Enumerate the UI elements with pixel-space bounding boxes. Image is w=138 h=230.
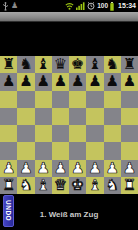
square-b7[interactable]: ♟ bbox=[17, 73, 34, 90]
piece-white-queen: ♛ bbox=[54, 177, 67, 194]
piece-black-knight: ♞ bbox=[105, 56, 118, 73]
square-h7[interactable]: ♟ bbox=[121, 73, 138, 90]
square-f7[interactable]: ♟ bbox=[86, 73, 103, 90]
piece-white-bishop: ♝ bbox=[36, 177, 49, 194]
piece-white-rook: ♜ bbox=[123, 177, 136, 194]
piece-white-pawn: ♟ bbox=[2, 160, 15, 177]
piece-white-king: ♚ bbox=[71, 177, 84, 194]
square-d2[interactable]: ♟ bbox=[52, 160, 69, 177]
piece-black-pawn: ♟ bbox=[105, 73, 118, 90]
chess-board: ♜♞♝♛♚♝♞♜♟♟♟♟♟♟♟♟♟♟♟♟♟♟♟♟♜♞♝♛♚♝♞♜ bbox=[0, 56, 138, 194]
square-d5[interactable] bbox=[52, 108, 69, 125]
clock-time: 15:34 bbox=[118, 0, 136, 12]
battery-icon bbox=[110, 2, 114, 11]
piece-black-pawn: ♟ bbox=[88, 73, 101, 90]
piece-black-bishop: ♝ bbox=[36, 56, 49, 73]
square-f6[interactable] bbox=[86, 91, 103, 108]
square-a4[interactable] bbox=[0, 125, 17, 142]
square-c2[interactable]: ♟ bbox=[35, 160, 52, 177]
piece-black-pawn: ♟ bbox=[123, 73, 136, 90]
square-g6[interactable] bbox=[104, 91, 121, 108]
piece-white-pawn: ♟ bbox=[36, 160, 49, 177]
piece-white-pawn: ♟ bbox=[88, 160, 101, 177]
move-status-text: 1. Weiß am Zug bbox=[0, 210, 138, 219]
piece-black-rook: ♜ bbox=[123, 56, 136, 73]
square-g8[interactable]: ♞ bbox=[104, 56, 121, 73]
square-f5[interactable] bbox=[86, 108, 103, 125]
square-b2[interactable]: ♟ bbox=[17, 160, 34, 177]
square-e3[interactable] bbox=[69, 142, 86, 159]
status-bar-left: ♟ bbox=[2, 2, 18, 11]
piece-black-knight: ♞ bbox=[19, 56, 32, 73]
square-e5[interactable] bbox=[69, 108, 86, 125]
square-g4[interactable] bbox=[104, 125, 121, 142]
square-b4[interactable] bbox=[17, 125, 34, 142]
square-b6[interactable] bbox=[17, 91, 34, 108]
square-g7[interactable]: ♟ bbox=[104, 73, 121, 90]
square-d1[interactable]: ♛ bbox=[52, 177, 69, 194]
status-bar: ♟ bbox=[0, 0, 138, 12]
piece-black-pawn: ♟ bbox=[19, 73, 32, 90]
piece-black-queen: ♛ bbox=[54, 56, 67, 73]
square-h4[interactable] bbox=[121, 125, 138, 142]
square-c1[interactable]: ♝ bbox=[35, 177, 52, 194]
square-a8[interactable]: ♜ bbox=[0, 56, 17, 73]
square-d7[interactable]: ♟ bbox=[52, 73, 69, 90]
square-f3[interactable] bbox=[86, 142, 103, 159]
piece-white-rook: ♜ bbox=[2, 177, 15, 194]
square-d3[interactable] bbox=[52, 142, 69, 159]
square-h8[interactable]: ♜ bbox=[121, 56, 138, 73]
wifi-icon bbox=[65, 2, 74, 10]
piece-white-bishop: ♝ bbox=[88, 177, 101, 194]
square-e6[interactable] bbox=[69, 91, 86, 108]
square-d4[interactable] bbox=[52, 125, 69, 142]
chess-notification-pawn-icon: ♟ bbox=[11, 2, 18, 10]
square-e8[interactable]: ♚ bbox=[69, 56, 86, 73]
square-c8[interactable]: ♝ bbox=[35, 56, 52, 73]
square-g2[interactable]: ♟ bbox=[104, 160, 121, 177]
bottom-panel: UNDO 1. Weiß am Zug bbox=[0, 194, 138, 230]
square-d6[interactable] bbox=[52, 91, 69, 108]
square-f2[interactable]: ♟ bbox=[86, 160, 103, 177]
square-h1[interactable]: ♜ bbox=[121, 177, 138, 194]
square-c7[interactable]: ♟ bbox=[35, 73, 52, 90]
piece-white-pawn: ♟ bbox=[105, 160, 118, 177]
piece-white-pawn: ♟ bbox=[19, 160, 32, 177]
square-a5[interactable] bbox=[0, 108, 17, 125]
square-h3[interactable] bbox=[121, 142, 138, 159]
square-f4[interactable] bbox=[86, 125, 103, 142]
piece-white-pawn: ♟ bbox=[54, 160, 67, 177]
piece-white-knight: ♞ bbox=[105, 177, 118, 194]
square-e1[interactable]: ♚ bbox=[69, 177, 86, 194]
battery-percent: 100 bbox=[97, 0, 108, 12]
square-e2[interactable]: ♟ bbox=[69, 160, 86, 177]
square-g5[interactable] bbox=[104, 108, 121, 125]
square-b8[interactable]: ♞ bbox=[17, 56, 34, 73]
square-a2[interactable]: ♟ bbox=[0, 160, 17, 177]
square-g3[interactable] bbox=[104, 142, 121, 159]
piece-black-pawn: ♟ bbox=[54, 73, 67, 90]
signal-strength-icon bbox=[76, 2, 85, 10]
piece-white-knight: ♞ bbox=[19, 177, 32, 194]
square-e7[interactable]: ♟ bbox=[69, 73, 86, 90]
square-a3[interactable] bbox=[0, 142, 17, 159]
square-b3[interactable] bbox=[17, 142, 34, 159]
square-f8[interactable]: ♝ bbox=[86, 56, 103, 73]
square-b1[interactable]: ♞ bbox=[17, 177, 34, 194]
piece-white-pawn: ♟ bbox=[71, 160, 84, 177]
square-a7[interactable]: ♟ bbox=[0, 73, 17, 90]
square-d8[interactable]: ♛ bbox=[52, 56, 69, 73]
square-h2[interactable]: ♟ bbox=[121, 160, 138, 177]
square-h6[interactable] bbox=[121, 91, 138, 108]
square-c5[interactable] bbox=[35, 108, 52, 125]
square-c4[interactable] bbox=[35, 125, 52, 142]
piece-black-king: ♚ bbox=[71, 56, 84, 73]
alarm-clock-icon bbox=[87, 2, 95, 10]
square-c3[interactable] bbox=[35, 142, 52, 159]
piece-black-pawn: ♟ bbox=[2, 73, 15, 90]
square-a1[interactable]: ♜ bbox=[0, 177, 17, 194]
usb-icon bbox=[2, 2, 9, 11]
square-a6[interactable] bbox=[0, 91, 17, 108]
square-b5[interactable] bbox=[17, 108, 34, 125]
piece-black-pawn: ♟ bbox=[71, 73, 84, 90]
title-bar bbox=[0, 12, 138, 22]
square-g1[interactable]: ♞ bbox=[104, 177, 121, 194]
square-c6[interactable] bbox=[35, 91, 52, 108]
piece-black-rook: ♜ bbox=[2, 56, 15, 73]
phone-screen: ♟ bbox=[0, 0, 138, 230]
piece-white-pawn: ♟ bbox=[123, 160, 136, 177]
square-e4[interactable] bbox=[69, 125, 86, 142]
status-bar-right: 100 15:34 bbox=[65, 0, 136, 12]
square-f1[interactable]: ♝ bbox=[86, 177, 103, 194]
piece-black-bishop: ♝ bbox=[88, 56, 101, 73]
square-h5[interactable] bbox=[121, 108, 138, 125]
piece-black-pawn: ♟ bbox=[36, 73, 49, 90]
